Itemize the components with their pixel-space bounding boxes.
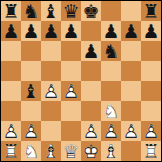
square-a4[interactable]	[1, 81, 21, 101]
piece-black-queen[interactable]: ♛	[61, 1, 81, 21]
square-f7[interactable]: ♟	[101, 21, 121, 41]
square-d1[interactable]: ♛♕	[61, 141, 81, 161]
piece-fill-layer: ♟	[21, 21, 41, 41]
square-g8[interactable]	[121, 1, 141, 21]
piece-black-pawn[interactable]: ♟	[101, 21, 121, 41]
square-g4[interactable]	[121, 81, 141, 101]
piece-outline-layer: ♗	[101, 141, 121, 161]
piece-white-knight[interactable]: ♞♘	[101, 101, 121, 121]
piece-outline-layer: ♙	[41, 81, 61, 101]
square-c6[interactable]	[41, 41, 61, 61]
square-a6[interactable]	[1, 41, 21, 61]
piece-white-pawn[interactable]: ♟♙	[1, 121, 21, 141]
piece-white-pawn[interactable]: ♟♙	[121, 121, 141, 141]
piece-black-rook[interactable]: ♜	[1, 1, 21, 21]
square-d6[interactable]	[61, 41, 81, 61]
square-d8[interactable]: ♛	[61, 1, 81, 21]
piece-black-knight[interactable]: ♞	[101, 41, 121, 61]
piece-fill-layer: ♟	[61, 21, 81, 41]
piece-outline-layer: ♕	[61, 141, 81, 161]
piece-fill-layer: ♝	[21, 81, 41, 101]
square-f5[interactable]	[101, 61, 121, 81]
piece-outline-layer: ♗	[41, 141, 61, 161]
piece-white-queen[interactable]: ♛♕	[61, 141, 81, 161]
piece-outline-layer: ♘	[101, 101, 121, 121]
square-d5[interactable]	[61, 61, 81, 81]
square-c1[interactable]: ♝♗	[41, 141, 61, 161]
piece-white-rook[interactable]: ♜♖	[141, 141, 161, 161]
square-h8[interactable]: ♜	[141, 1, 161, 21]
square-d3[interactable]	[61, 101, 81, 121]
square-b1[interactable]: ♞♘	[21, 141, 41, 161]
square-g3[interactable]	[121, 101, 141, 121]
piece-outline-layer: ♙	[21, 121, 41, 141]
square-h4[interactable]	[141, 81, 161, 101]
piece-black-pawn[interactable]: ♟	[41, 21, 61, 41]
piece-fill-layer: ♟	[141, 21, 161, 41]
piece-white-bishop[interactable]: ♝♗	[41, 141, 61, 161]
piece-white-pawn[interactable]: ♟♙	[81, 121, 101, 141]
piece-outline-layer: ♙	[1, 121, 21, 141]
piece-outline-layer: ♘	[21, 141, 41, 161]
piece-black-rook[interactable]: ♜	[141, 1, 161, 21]
piece-black-pawn[interactable]: ♟	[141, 21, 161, 41]
piece-white-pawn[interactable]: ♟♙	[21, 121, 41, 141]
square-e3[interactable]	[81, 101, 101, 121]
square-a8[interactable]: ♜	[1, 1, 21, 21]
square-a2[interactable]: ♟♙	[1, 121, 21, 141]
square-b8[interactable]: ♞	[21, 1, 41, 21]
square-h2[interactable]: ♟♙	[141, 121, 161, 141]
square-a5[interactable]	[1, 61, 21, 81]
square-c8[interactable]: ♝	[41, 1, 61, 21]
square-f3[interactable]: ♞♘	[101, 101, 121, 121]
piece-white-bishop[interactable]: ♝♗	[101, 141, 121, 161]
piece-fill-layer: ♜	[141, 1, 161, 21]
piece-outline-layer: ♙	[141, 121, 161, 141]
square-h5[interactable]	[141, 61, 161, 81]
square-c2[interactable]	[41, 121, 61, 141]
piece-outline-layer: ♔	[81, 141, 101, 161]
piece-black-pawn[interactable]: ♟	[1, 21, 21, 41]
square-f6[interactable]: ♞	[101, 41, 121, 61]
piece-outline-layer: ♖	[1, 141, 21, 161]
square-e4[interactable]	[81, 81, 101, 101]
square-h1[interactable]: ♜♖	[141, 141, 161, 161]
square-d2[interactable]	[61, 121, 81, 141]
square-g7[interactable]: ♟	[121, 21, 141, 41]
square-h3[interactable]	[141, 101, 161, 121]
piece-outline-layer: ♙	[81, 121, 101, 141]
square-e5[interactable]	[81, 61, 101, 81]
piece-white-rook[interactable]: ♜♖	[1, 141, 21, 161]
piece-fill-layer: ♟	[1, 21, 21, 41]
piece-fill-layer: ♛	[61, 1, 81, 21]
square-b7[interactable]: ♟	[21, 21, 41, 41]
square-e2[interactable]: ♟♙	[81, 121, 101, 141]
square-e6[interactable]: ♟	[81, 41, 101, 61]
chess-board: ♜♞♝♛♚♜♟♟♟♟♟♟♟♟♞♝♟♙♟♙♞♘♟♙♟♙♟♙♟♙♟♙♟♙♜♖♞♘♝♗…	[0, 0, 162, 162]
square-a1[interactable]: ♜♖	[1, 141, 21, 161]
piece-fill-layer: ♟	[121, 21, 141, 41]
square-f1[interactable]: ♝♗	[101, 141, 121, 161]
square-g2[interactable]: ♟♙	[121, 121, 141, 141]
piece-fill-layer: ♞	[21, 1, 41, 21]
square-f2[interactable]: ♟♙	[101, 121, 121, 141]
square-e7[interactable]	[81, 21, 101, 41]
square-a3[interactable]	[1, 101, 21, 121]
piece-fill-layer: ♟	[41, 21, 61, 41]
piece-black-pawn[interactable]: ♟	[81, 41, 101, 61]
piece-fill-layer: ♚	[81, 1, 101, 21]
piece-white-pawn[interactable]: ♟♙	[61, 81, 81, 101]
square-a7[interactable]: ♟	[1, 21, 21, 41]
square-e8[interactable]: ♚	[81, 1, 101, 21]
piece-outline-layer: ♖	[141, 141, 161, 161]
piece-black-bishop[interactable]: ♝	[41, 1, 61, 21]
square-f8[interactable]	[101, 1, 121, 21]
piece-black-pawn[interactable]: ♟	[121, 21, 141, 41]
square-g6[interactable]	[121, 41, 141, 61]
square-c3[interactable]	[41, 101, 61, 121]
piece-white-pawn[interactable]: ♟♙	[41, 81, 61, 101]
square-d4[interactable]: ♟♙	[61, 81, 81, 101]
piece-white-knight[interactable]: ♞♘	[21, 141, 41, 161]
square-h7[interactable]: ♟	[141, 21, 161, 41]
piece-fill-layer: ♟	[101, 21, 121, 41]
square-e1[interactable]: ♚♔	[81, 141, 101, 161]
square-b2[interactable]: ♟♙	[21, 121, 41, 141]
piece-fill-layer: ♝	[41, 1, 61, 21]
piece-outline-layer: ♙	[61, 81, 81, 101]
piece-white-pawn[interactable]: ♟♙	[101, 121, 121, 141]
square-h6[interactable]	[141, 41, 161, 61]
piece-black-knight[interactable]: ♞	[21, 1, 41, 21]
piece-outline-layer: ♙	[121, 121, 141, 141]
square-d7[interactable]: ♟	[61, 21, 81, 41]
piece-outline-layer: ♙	[101, 121, 121, 141]
square-g5[interactable]	[121, 61, 141, 81]
piece-fill-layer: ♞	[101, 41, 121, 61]
piece-black-pawn[interactable]: ♟	[61, 21, 81, 41]
square-c7[interactable]: ♟	[41, 21, 61, 41]
square-b4[interactable]: ♝	[21, 81, 41, 101]
square-c4[interactable]: ♟♙	[41, 81, 61, 101]
square-b3[interactable]	[21, 101, 41, 121]
piece-fill-layer: ♟	[81, 41, 101, 61]
square-c5[interactable]	[41, 61, 61, 81]
piece-fill-layer: ♜	[1, 1, 21, 21]
square-f4[interactable]	[101, 81, 121, 101]
piece-white-pawn[interactable]: ♟♙	[141, 121, 161, 141]
square-b6[interactable]	[21, 41, 41, 61]
piece-black-pawn[interactable]: ♟	[21, 21, 41, 41]
square-g1[interactable]	[121, 141, 141, 161]
piece-black-king[interactable]: ♚	[81, 1, 101, 21]
square-b5[interactable]	[21, 61, 41, 81]
piece-black-bishop[interactable]: ♝	[21, 81, 41, 101]
piece-white-king[interactable]: ♚♔	[81, 141, 101, 161]
